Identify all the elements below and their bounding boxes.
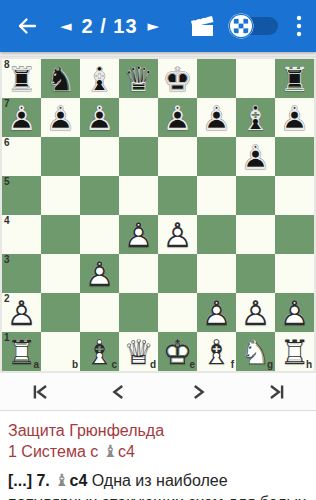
pager-prev-icon[interactable]: ◄	[58, 17, 74, 36]
square-f2[interactable]: ♟♙	[197, 293, 236, 332]
move-pager: ◄ 2 / 13 ►	[58, 15, 161, 38]
next-move-button[interactable]	[158, 373, 237, 410]
last-move-button[interactable]	[237, 373, 316, 410]
board-view-toggle[interactable]	[228, 13, 278, 39]
square-g1[interactable]: g♞♘	[236, 332, 275, 371]
square-h5[interactable]	[275, 176, 314, 215]
square-b5[interactable]	[41, 176, 80, 215]
rank-label: 3	[4, 255, 10, 265]
app-bar: ◄ 2 / 13 ►	[0, 0, 316, 52]
white-knight: ♞♘	[236, 332, 275, 371]
variation-move: c4	[118, 443, 135, 460]
square-e5[interactable]	[158, 176, 197, 215]
black-queen: ♛♕	[119, 59, 158, 98]
bishop-icon: ♝	[103, 441, 118, 461]
square-a1[interactable]: 1a♜♖	[2, 332, 41, 371]
square-e3[interactable]	[158, 254, 197, 293]
square-b4[interactable]	[41, 215, 80, 254]
black-king: ♚♔	[158, 59, 197, 98]
square-g8[interactable]	[236, 59, 275, 98]
square-c1[interactable]: c♝♗	[80, 332, 119, 371]
square-f3[interactable]	[197, 254, 236, 293]
square-d5[interactable]	[119, 176, 158, 215]
square-d2[interactable]	[119, 293, 158, 332]
black-bishop: ♝♗	[80, 59, 119, 98]
white-queen: ♛♕	[119, 332, 158, 371]
clapperboard-icon	[188, 12, 216, 40]
square-h6[interactable]	[275, 137, 314, 176]
comment-body: Одна из наиболее популярных атакующих сх…	[8, 472, 306, 500]
white-king: ♚♔	[158, 332, 197, 371]
comment-move-number: [...] 7.	[8, 472, 50, 489]
chevron-left-icon	[106, 379, 132, 405]
file-label: b	[72, 360, 78, 370]
black-pawn: ♟♙	[197, 98, 236, 137]
square-e8[interactable]: ♚♔	[158, 59, 197, 98]
square-b6[interactable]	[41, 137, 80, 176]
black-rook: ♜♖	[2, 59, 41, 98]
page-indicator: 2 / 13	[82, 15, 138, 38]
black-pawn: ♟♙	[158, 98, 197, 137]
square-c6[interactable]	[80, 137, 119, 176]
square-d3[interactable]	[119, 254, 158, 293]
white-pawn: ♟♙	[158, 215, 197, 254]
black-pawn: ♟♙	[236, 137, 275, 176]
square-b2[interactable]	[41, 293, 80, 332]
square-h8[interactable]: ♜♖	[275, 59, 314, 98]
square-f4[interactable]	[197, 215, 236, 254]
square-a4[interactable]: 4	[2, 215, 41, 254]
square-h3[interactable]	[275, 254, 314, 293]
opening-name: Защита Грюнфельда	[8, 420, 308, 441]
rank-label: 6	[4, 138, 10, 148]
rank-label: 4	[4, 216, 10, 226]
bishop-icon: ♝	[54, 470, 69, 490]
first-move-button[interactable]	[0, 373, 79, 410]
square-a5[interactable]: 5	[2, 176, 41, 215]
square-h7[interactable]: ♟♙	[275, 98, 314, 137]
square-a7[interactable]: 7♟♙	[2, 98, 41, 137]
white-pawn: ♟♙	[2, 293, 41, 332]
white-pawn: ♟♙	[275, 293, 314, 332]
square-e7[interactable]: ♟♙	[158, 98, 197, 137]
square-f8[interactable]	[197, 59, 236, 98]
black-knight: ♞♘	[41, 59, 80, 98]
square-d1[interactable]: d♛♕	[119, 332, 158, 371]
chess-board: 8♜♖♞♘♝♗♛♕♚♔♜♖7♟♙♟♙♟♙♟♙♟♙♝♗♟♙6♟♙54♟♙♟♙3♟♙…	[0, 57, 316, 373]
square-g7[interactable]: ♝♗	[236, 98, 275, 137]
square-f6[interactable]	[197, 137, 236, 176]
black-pawn: ♟♙	[80, 98, 119, 137]
previous-move-button[interactable]	[79, 373, 158, 410]
rank-label: 5	[4, 177, 10, 187]
white-bishop: ♝♗	[197, 332, 236, 371]
square-b8[interactable]: ♞♘	[41, 59, 80, 98]
square-d6[interactable]	[119, 137, 158, 176]
square-a8[interactable]: 8♜♖	[2, 59, 41, 98]
skip-to-end-icon	[264, 379, 290, 405]
comment-move: c4	[69, 472, 87, 489]
animation-button[interactable]	[188, 12, 216, 40]
square-f5[interactable]	[197, 176, 236, 215]
square-c3[interactable]: ♟♙	[80, 254, 119, 293]
black-pawn: ♟♙	[2, 98, 41, 137]
variation-name: 1 Система с ♝c4	[8, 441, 308, 462]
overflow-menu-button[interactable]	[290, 11, 308, 41]
square-f7[interactable]: ♟♙	[197, 98, 236, 137]
pager-next-icon[interactable]: ►	[146, 17, 162, 36]
app-bar-actions	[188, 11, 308, 41]
black-pawn: ♟♙	[275, 98, 314, 137]
move-comment: [...] 7. ♝c4 Одна из наиболее популярных…	[8, 469, 308, 500]
square-g6[interactable]: ♟♙	[236, 137, 275, 176]
square-b3[interactable]	[41, 254, 80, 293]
square-g5[interactable]	[236, 176, 275, 215]
white-pawn: ♟♙	[197, 293, 236, 332]
white-pawn: ♟♙	[119, 215, 158, 254]
square-a2[interactable]: 2♟♙	[2, 293, 41, 332]
square-b1[interactable]: b	[41, 332, 80, 371]
square-g3[interactable]	[236, 254, 275, 293]
commentary-panel: Защита Грюнфельда 1 Система с ♝c4 [...] …	[0, 411, 316, 500]
white-rook: ♜♖	[2, 332, 41, 371]
square-e2[interactable]	[158, 293, 197, 332]
white-pawn: ♟♙	[80, 254, 119, 293]
variation-text: 1 Система с	[8, 443, 103, 460]
move-navigation-bar	[0, 373, 316, 411]
overflow-menu-icon	[290, 11, 308, 41]
square-c4[interactable]	[80, 215, 119, 254]
square-d4[interactable]: ♟♙	[119, 215, 158, 254]
square-g2[interactable]: ♟♙	[236, 293, 275, 332]
board-toggle-icon	[228, 13, 254, 39]
square-f1[interactable]: f♝♗	[197, 332, 236, 371]
square-a3[interactable]: 3	[2, 254, 41, 293]
white-pawn: ♟♙	[236, 293, 275, 332]
square-e4[interactable]: ♟♙	[158, 215, 197, 254]
square-b7[interactable]: ♟♙	[41, 98, 80, 137]
chess-opening-viewer: ◄ 2 / 13 ►	[0, 0, 316, 500]
square-h1[interactable]: h♜♖	[275, 332, 314, 371]
square-h2[interactable]: ♟♙	[275, 293, 314, 332]
white-bishop: ♝♗	[80, 332, 119, 371]
black-pawn: ♟♙	[41, 98, 80, 137]
square-d8[interactable]: ♛♕	[119, 59, 158, 98]
back-button[interactable]	[10, 9, 44, 43]
square-h4[interactable]	[275, 215, 314, 254]
chevron-right-icon	[185, 379, 211, 405]
black-bishop: ♝♗	[236, 98, 275, 137]
skip-to-start-icon	[27, 379, 53, 405]
back-arrow-icon	[15, 14, 39, 38]
square-e6[interactable]	[158, 137, 197, 176]
square-d7[interactable]	[119, 98, 158, 137]
white-rook: ♜♖	[275, 332, 314, 371]
square-c8[interactable]: ♝♗	[80, 59, 119, 98]
square-c2[interactable]	[80, 293, 119, 332]
square-g4[interactable]	[236, 215, 275, 254]
square-e1[interactable]: e♚♔	[158, 332, 197, 371]
square-c7[interactable]: ♟♙	[80, 98, 119, 137]
square-a6[interactable]: 6	[2, 137, 41, 176]
black-rook: ♜♖	[275, 59, 314, 98]
square-c5[interactable]	[80, 176, 119, 215]
